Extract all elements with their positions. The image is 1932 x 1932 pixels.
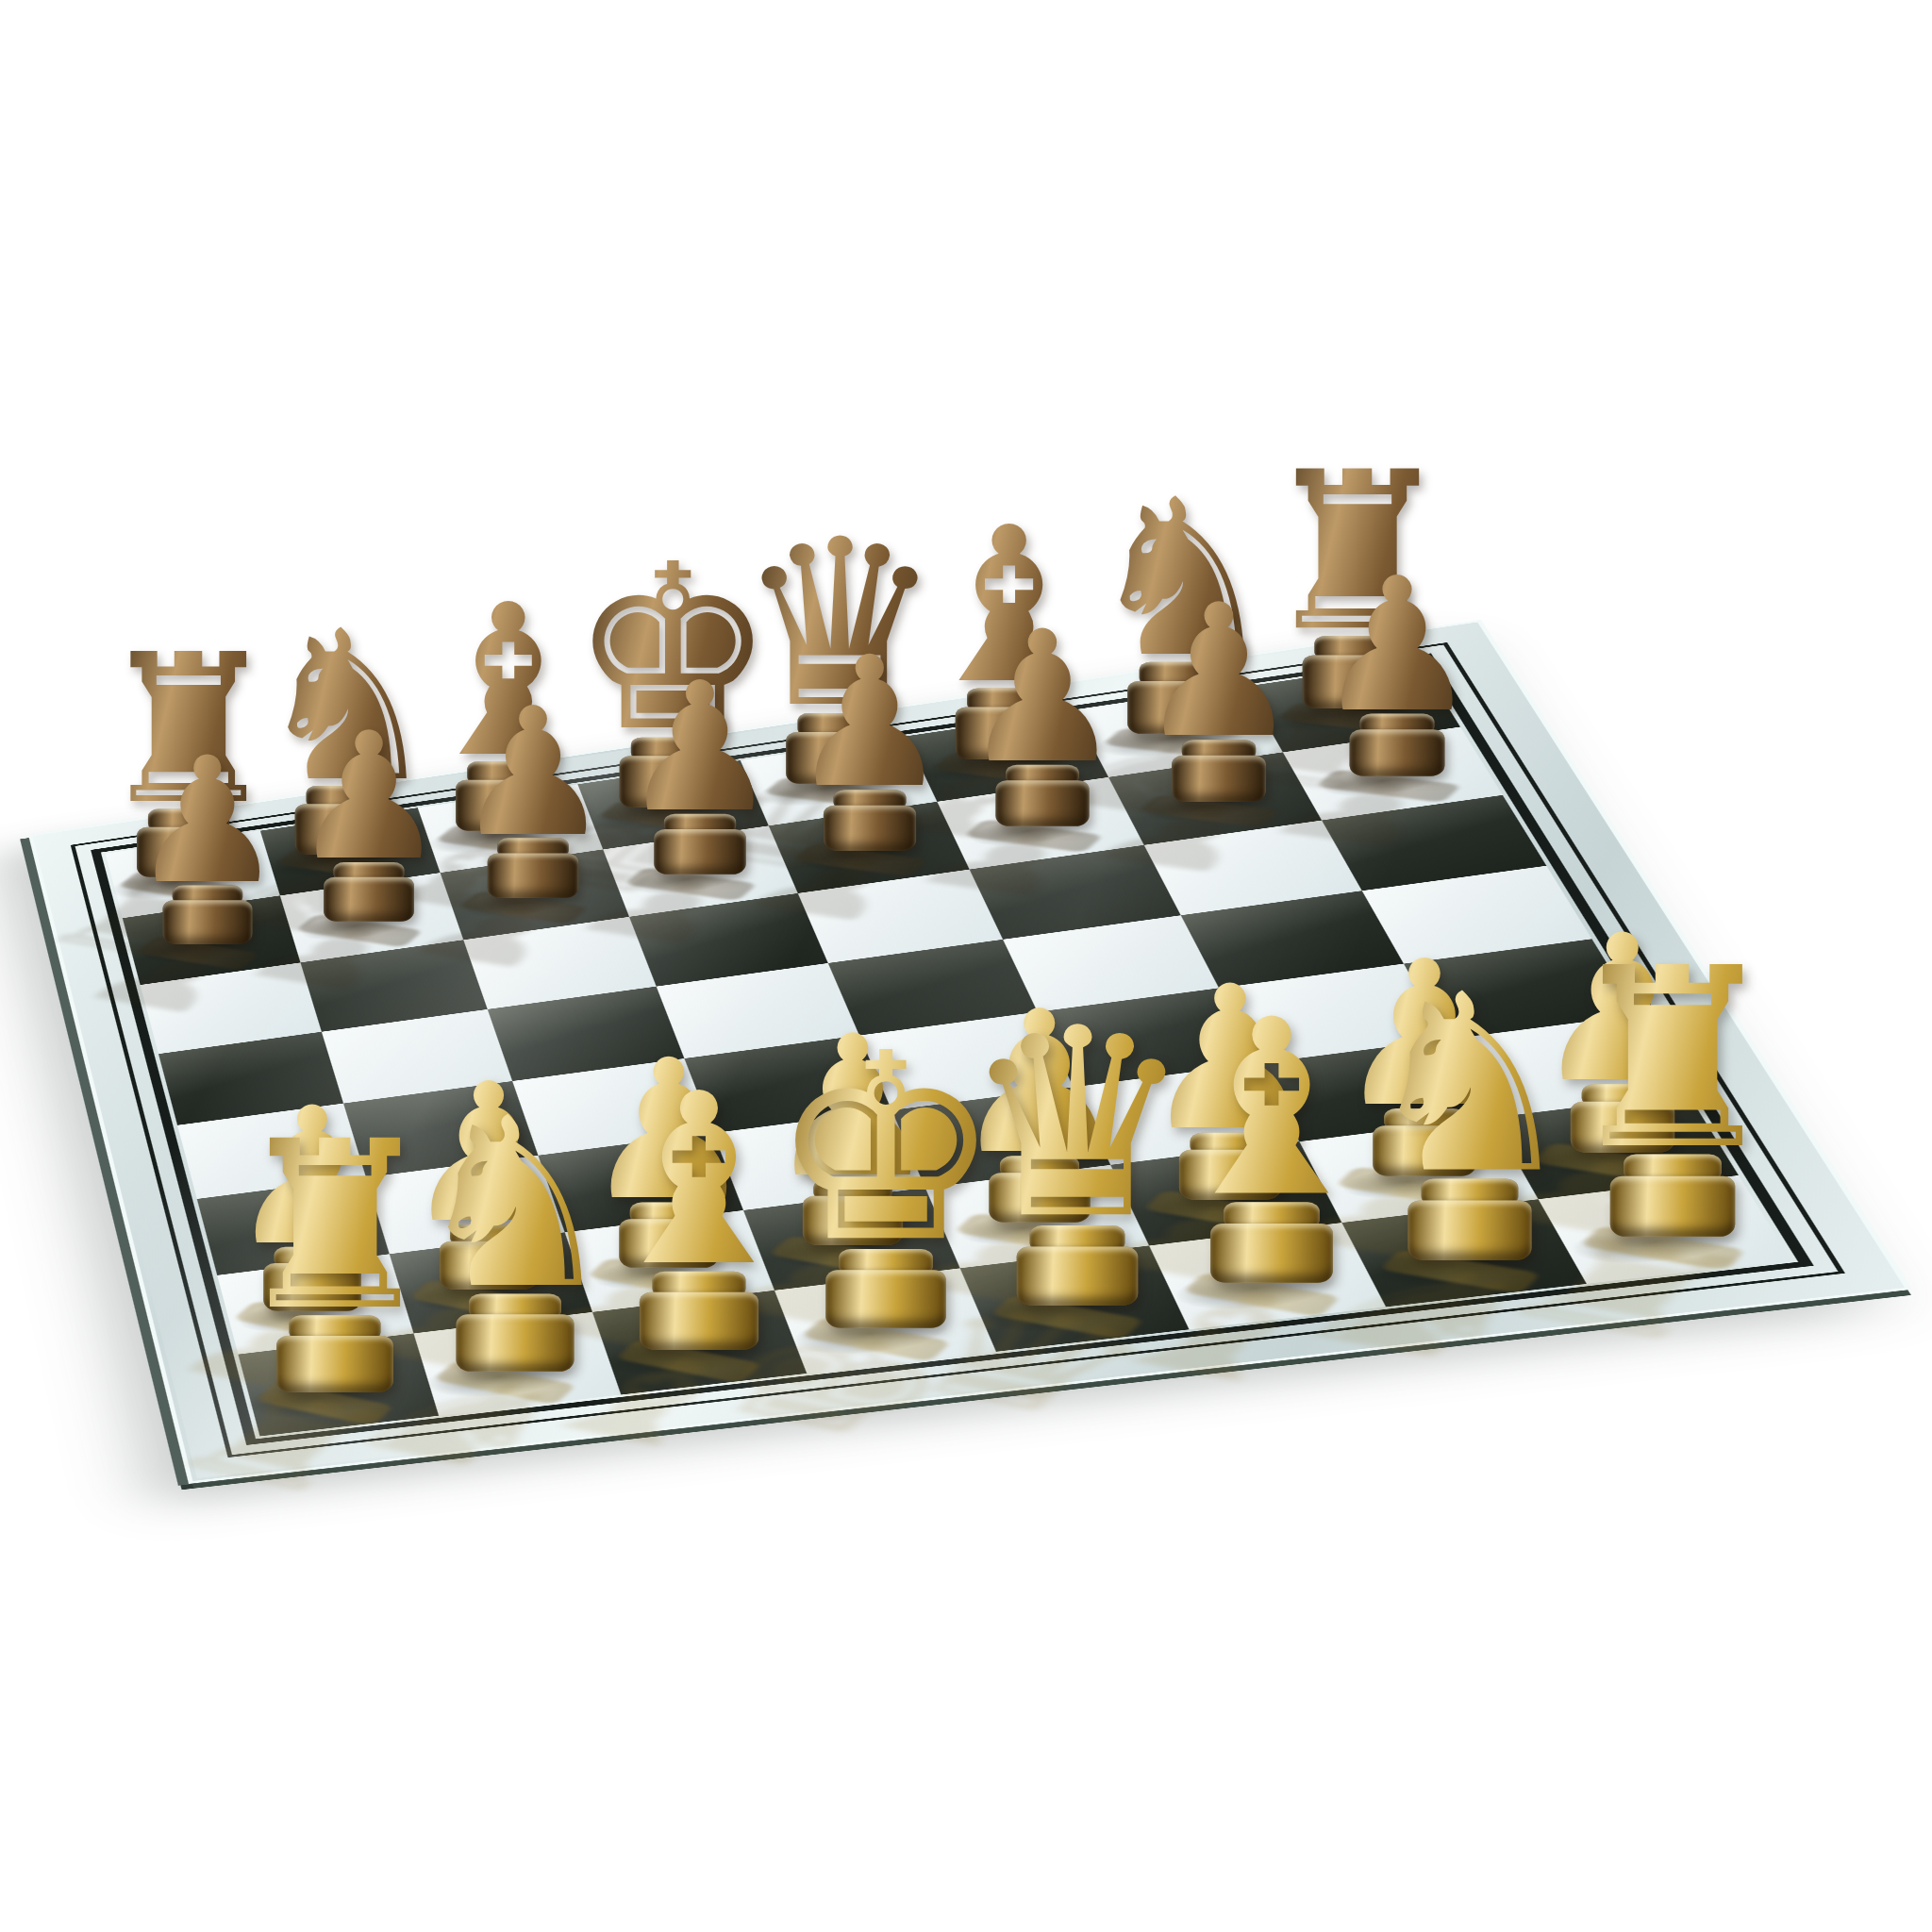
piece-white-queen-doe[interactable]: ♛ [976, 1008, 1178, 1306]
piece-glyph: ♟ [454, 693, 612, 853]
piece-glyph: ♞ [410, 1099, 620, 1309]
piece-glyph: ♞ [1360, 974, 1580, 1195]
piece-black-pawn-hare[interactable]: ♟ [120, 742, 295, 943]
piece-glyph: ♟ [620, 668, 780, 828]
piece-black-pawn-hare[interactable]: ♟ [1126, 590, 1311, 802]
piece-glyph: ♝ [593, 1074, 805, 1287]
piece-white-king-stag[interactable]: ♚ [786, 1032, 986, 1327]
piece-glyph: ♟ [1137, 590, 1301, 755]
product-photo: ♜♞♝♚♛♝♞♜♟♟♟♟♟♟♟♟♟♟♟♟♟♟♟♟♜♞♝♚♛♝♞♜ ♜♞♝♚♛♝♞… [0, 0, 1932, 1932]
piece-glyph: ♟ [291, 718, 448, 875]
piece-glyph: ♜ [231, 1123, 439, 1331]
piece-glyph: ♟ [1315, 562, 1481, 728]
piece-white-bishop-fox[interactable]: ♝ [600, 1074, 798, 1350]
piece-white-bishop-fox[interactable]: ♝ [1170, 1000, 1374, 1283]
piece-black-pawn-hare[interactable]: ♟ [951, 616, 1134, 826]
piece-white-knight-horse[interactable]: ♞ [1367, 974, 1574, 1260]
piece-white-rook-eagle[interactable]: ♜ [1568, 948, 1776, 1237]
piece-white-rook-eagle[interactable]: ♜ [238, 1123, 432, 1392]
piece-glyph: ♝ [1163, 1000, 1381, 1219]
piece-black-pawn-hare[interactable]: ♟ [1305, 562, 1491, 776]
piece-black-pawn-hare[interactable]: ♟ [779, 642, 961, 851]
piece-black-pawn-hare[interactable]: ♟ [280, 718, 458, 921]
piece-glyph: ♚ [771, 1032, 1003, 1265]
piece-glyph: ♟ [790, 642, 951, 805]
piece-black-pawn-hare[interactable]: ♟ [443, 693, 622, 898]
piece-white-knight-horse[interactable]: ♞ [417, 1099, 613, 1372]
piece-glyph: ♟ [129, 742, 285, 899]
piece-glyph: ♜ [1561, 948, 1784, 1171]
piece-glyph: ♟ [961, 616, 1124, 779]
piece-black-pawn-hare[interactable]: ♟ [610, 668, 791, 874]
